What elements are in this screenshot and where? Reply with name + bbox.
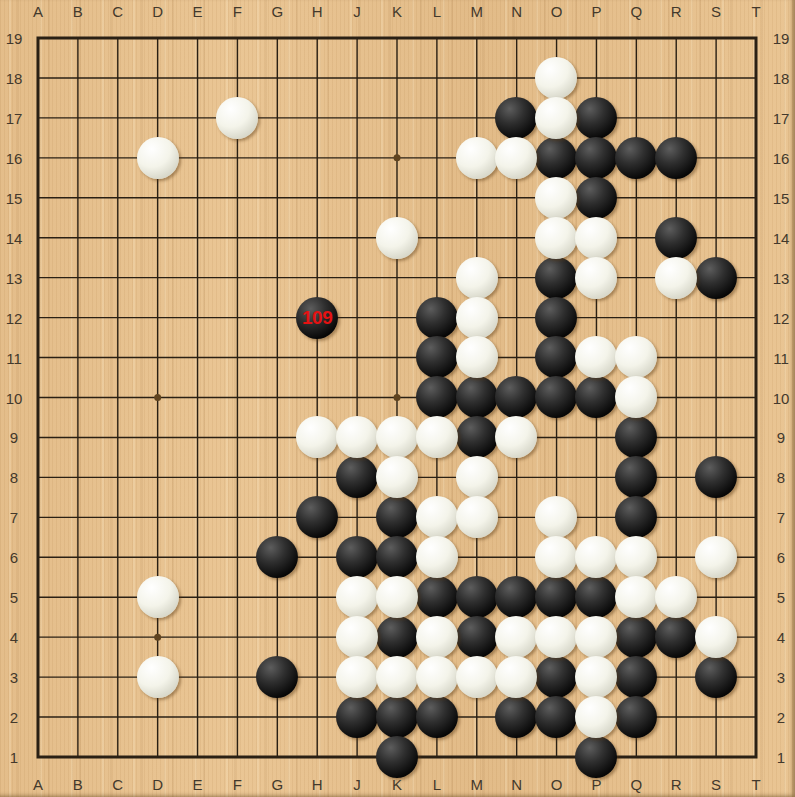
black-stone [535,257,577,299]
black-stone [376,536,418,578]
coord-label: E [193,4,203,19]
black-stone [615,456,657,498]
black-stone [695,257,737,299]
coord-label: H [312,777,323,792]
coord-label: 10 [6,390,23,405]
white-stone [575,257,617,299]
black-stone [615,496,657,538]
coord-label: O [551,777,563,792]
coord-label: 1 [10,750,18,765]
white-stone [137,656,179,698]
coord-label: 16 [6,150,23,165]
coord-label: 4 [777,630,785,645]
white-stone [336,416,378,458]
white-stone [535,616,577,658]
coord-label: G [271,777,283,792]
black-stone [535,576,577,618]
white-stone [137,576,179,618]
white-stone [216,97,258,139]
black-stone [615,416,657,458]
coord-label: 5 [10,590,18,605]
white-stone [456,257,498,299]
coord-label: F [233,4,242,19]
black-stone [416,336,458,378]
white-stone [416,536,458,578]
coord-label: 16 [773,150,790,165]
white-stone [535,496,577,538]
coord-label: J [353,4,361,19]
coord-label: 19 [773,31,790,46]
coord-label: 6 [10,550,18,565]
white-stone [296,416,338,458]
coord-label: 13 [6,270,23,285]
white-stone [336,616,378,658]
black-stone [575,97,617,139]
coord-label: 18 [6,70,23,85]
coord-label: 7 [777,510,785,525]
black-stone [655,217,697,259]
black-stone [416,376,458,418]
white-stone [456,297,498,339]
white-stone [575,336,617,378]
white-stone [456,656,498,698]
black-stone [535,376,577,418]
coord-label: M [471,777,484,792]
coord-label: R [671,777,682,792]
coord-label: 14 [773,230,790,245]
black-stone [695,456,737,498]
white-stone [376,217,418,259]
coord-label: 8 [10,470,18,485]
coord-label: C [112,777,123,792]
white-stone [535,57,577,99]
black-stone [655,137,697,179]
black-stone [416,297,458,339]
move-number-label: 109 [302,308,332,327]
coord-label: C [112,4,123,19]
white-stone [535,97,577,139]
coord-label: S [711,4,721,19]
coord-label: 2 [777,710,785,725]
coord-label: 4 [10,630,18,645]
coord-label: 12 [773,310,790,325]
white-stone [376,456,418,498]
coord-label: L [433,777,441,792]
coord-label: 3 [777,670,785,685]
coord-label: 3 [10,670,18,685]
white-stone [575,656,617,698]
coord-label: T [751,4,760,19]
black-stone [535,696,577,738]
black-stone [575,576,617,618]
coord-label: J [353,777,361,792]
white-stone [615,536,657,578]
coord-label: 11 [773,350,789,365]
white-stone [336,656,378,698]
black-stone [495,97,537,139]
white-stone [615,336,657,378]
black-stone [336,536,378,578]
coord-label: B [73,777,83,792]
coord-label: 17 [773,110,790,125]
coord-label: 5 [777,590,785,605]
coord-label: P [591,4,601,19]
coord-label: Q [630,4,642,19]
coord-label: 10 [773,390,790,405]
coord-label: A [33,777,43,792]
black-stone [456,416,498,458]
coord-label: 17 [6,110,23,125]
coord-label: L [433,4,441,19]
white-stone [575,536,617,578]
black-stone [535,297,577,339]
white-stone [615,576,657,618]
coord-label: 1 [777,750,785,765]
coord-label: 11 [6,350,22,365]
white-stone [376,576,418,618]
black-stone [376,616,418,658]
coord-label: R [671,4,682,19]
coord-label: P [591,777,601,792]
coord-label: B [73,4,83,19]
coord-label: D [152,777,163,792]
white-stone [336,576,378,618]
black-stone: 109 [296,297,338,339]
black-stone [336,696,378,738]
coord-label: D [152,4,163,19]
black-stone [495,696,537,738]
white-stone [615,376,657,418]
white-stone [575,696,617,738]
coord-label: 18 [773,70,790,85]
white-stone [456,456,498,498]
white-stone [655,576,697,618]
black-stone [575,376,617,418]
black-stone [615,616,657,658]
coord-label: 12 [6,310,23,325]
black-stone [575,736,617,778]
coord-label: M [471,4,484,19]
black-stone [256,656,298,698]
coord-label: H [312,4,323,19]
white-stone [655,257,697,299]
black-stone [535,656,577,698]
black-stone [456,376,498,418]
white-stone [535,217,577,259]
white-stone [416,616,458,658]
white-stone [137,137,179,179]
black-stone [376,736,418,778]
black-stone [615,656,657,698]
coord-label: 19 [6,31,23,46]
black-stone [495,576,537,618]
black-stone [535,336,577,378]
black-stone [615,137,657,179]
white-stone [376,416,418,458]
white-stone [495,137,537,179]
white-stone [416,656,458,698]
black-stone [296,496,338,538]
coord-label: 15 [6,190,23,205]
black-stone [416,696,458,738]
coord-label: 9 [10,430,18,445]
black-stone [495,376,537,418]
white-stone [456,137,498,179]
black-stone [615,696,657,738]
white-stone [695,616,737,658]
stones-layer: 109 [18,18,776,777]
white-stone [456,496,498,538]
coord-label: K [392,777,402,792]
white-stone [535,177,577,219]
black-stone [695,656,737,698]
coord-label: O [551,4,563,19]
white-stone [575,616,617,658]
white-stone [416,416,458,458]
black-stone [376,496,418,538]
coord-label: T [751,777,760,792]
go-board[interactable]: 109 AABBCCDDEEFFGGHHJJKKLLMMNNOOPPQQRRSS… [0,0,795,797]
coord-label: N [511,4,522,19]
coord-label: A [33,4,43,19]
black-stone [456,576,498,618]
white-stone [695,536,737,578]
coord-label: G [271,4,283,19]
white-stone [416,496,458,538]
black-stone [575,137,617,179]
coord-label: 8 [777,470,785,485]
white-stone [495,416,537,458]
coord-label: 7 [10,510,18,525]
white-stone [456,336,498,378]
black-stone [416,576,458,618]
coord-label: 14 [6,230,23,245]
white-stone [575,217,617,259]
black-stone [575,177,617,219]
coord-label: 9 [777,430,785,445]
white-stone [535,536,577,578]
black-stone [336,456,378,498]
black-stone [655,616,697,658]
black-stone [456,616,498,658]
white-stone [495,616,537,658]
white-stone [376,656,418,698]
coord-label: E [193,777,203,792]
black-stone [376,696,418,738]
coord-label: 15 [773,190,790,205]
coord-label: Q [630,777,642,792]
coord-label: N [511,777,522,792]
black-stone [535,137,577,179]
coord-label: 13 [773,270,790,285]
coord-label: S [711,777,721,792]
coord-label: F [233,777,242,792]
black-stone [256,536,298,578]
coord-label: 6 [777,550,785,565]
white-stone [495,656,537,698]
coord-label: 2 [10,710,18,725]
coord-label: K [392,4,402,19]
